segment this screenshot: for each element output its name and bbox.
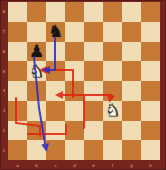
square-g8[interactable] — [122, 2, 141, 22]
square-c1[interactable] — [46, 140, 65, 160]
square-b4[interactable] — [27, 81, 46, 101]
square-g2[interactable] — [122, 121, 141, 141]
file-label-h: h — [141, 160, 160, 170]
square-f8[interactable] — [103, 2, 122, 22]
rank-labels: 87654321 — [0, 2, 8, 160]
square-c7[interactable]: ♞ — [46, 22, 65, 42]
square-f6[interactable] — [103, 42, 122, 62]
square-e4[interactable] — [84, 81, 103, 101]
rank-label-1: 1 — [0, 140, 8, 160]
rank-label-6: 6 — [0, 42, 8, 62]
file-label-g: g — [122, 160, 141, 170]
square-b6[interactable]: ♟ — [27, 42, 46, 62]
square-a1[interactable] — [8, 140, 27, 160]
square-c2[interactable] — [46, 121, 65, 141]
square-g4[interactable] — [122, 81, 141, 101]
file-label-e: e — [84, 160, 103, 170]
square-e3[interactable] — [84, 101, 103, 121]
square-h3[interactable] — [141, 101, 160, 121]
square-d5[interactable] — [65, 61, 84, 81]
black-pawn-b6[interactable]: ♟ — [27, 42, 46, 62]
square-h7[interactable] — [141, 22, 160, 42]
square-d8[interactable] — [65, 2, 84, 22]
rank-label-2: 2 — [0, 121, 8, 141]
chess-board: ♞♟♞♞ — [8, 2, 160, 160]
square-f5[interactable] — [103, 61, 122, 81]
square-h2[interactable] — [141, 121, 160, 141]
square-g1[interactable] — [122, 140, 141, 160]
black-knight-c7[interactable]: ♞ — [46, 22, 65, 42]
square-e2[interactable] — [84, 121, 103, 141]
square-a2[interactable] — [8, 121, 27, 141]
file-label-a: a — [8, 160, 27, 170]
chess-board-frame: 87654321 ♞♟♞♞ abcdefgh — [0, 0, 166, 170]
white-knight-f3[interactable]: ♞ — [103, 101, 122, 121]
rank-label-8: 8 — [0, 2, 8, 22]
rank-label-3: 3 — [0, 101, 8, 121]
rank-label-4: 4 — [0, 81, 8, 101]
square-d4[interactable] — [65, 81, 84, 101]
white-knight-b5[interactable]: ♞ — [27, 61, 46, 81]
square-a8[interactable] — [8, 2, 27, 22]
square-b8[interactable] — [27, 2, 46, 22]
square-f1[interactable] — [103, 140, 122, 160]
square-d3[interactable] — [65, 101, 84, 121]
square-c5[interactable] — [46, 61, 65, 81]
square-e6[interactable] — [84, 42, 103, 62]
file-labels: abcdefgh — [8, 160, 160, 170]
square-c4[interactable] — [46, 81, 65, 101]
file-label-d: d — [65, 160, 84, 170]
square-d1[interactable] — [65, 140, 84, 160]
square-a7[interactable] — [8, 22, 27, 42]
square-h1[interactable] — [141, 140, 160, 160]
square-g7[interactable] — [122, 22, 141, 42]
square-b2[interactable] — [27, 121, 46, 141]
square-d7[interactable] — [65, 22, 84, 42]
square-c8[interactable] — [46, 2, 65, 22]
file-label-f: f — [103, 160, 122, 170]
square-h8[interactable] — [141, 2, 160, 22]
square-h4[interactable] — [141, 81, 160, 101]
square-g3[interactable] — [122, 101, 141, 121]
square-h5[interactable] — [141, 61, 160, 81]
square-d2[interactable] — [65, 121, 84, 141]
square-g5[interactable] — [122, 61, 141, 81]
square-c6[interactable] — [46, 42, 65, 62]
square-e7[interactable] — [84, 22, 103, 42]
rank-label-7: 7 — [0, 22, 8, 42]
square-d6[interactable] — [65, 42, 84, 62]
square-a5[interactable] — [8, 61, 27, 81]
square-e5[interactable] — [84, 61, 103, 81]
square-e8[interactable] — [84, 2, 103, 22]
square-g6[interactable] — [122, 42, 141, 62]
square-a6[interactable] — [8, 42, 27, 62]
square-h6[interactable] — [141, 42, 160, 62]
file-label-c: c — [46, 160, 65, 170]
square-b7[interactable] — [27, 22, 46, 42]
square-f2[interactable] — [103, 121, 122, 141]
square-f3[interactable]: ♞ — [103, 101, 122, 121]
square-a4[interactable] — [8, 81, 27, 101]
square-f7[interactable] — [103, 22, 122, 42]
file-label-b: b — [27, 160, 46, 170]
square-b1[interactable] — [27, 140, 46, 160]
square-f4[interactable] — [103, 81, 122, 101]
square-e1[interactable] — [84, 140, 103, 160]
square-b5[interactable]: ♞ — [27, 61, 46, 81]
square-c3[interactable] — [46, 101, 65, 121]
rank-label-5: 5 — [0, 61, 8, 81]
square-a3[interactable] — [8, 101, 27, 121]
square-b3[interactable] — [27, 101, 46, 121]
